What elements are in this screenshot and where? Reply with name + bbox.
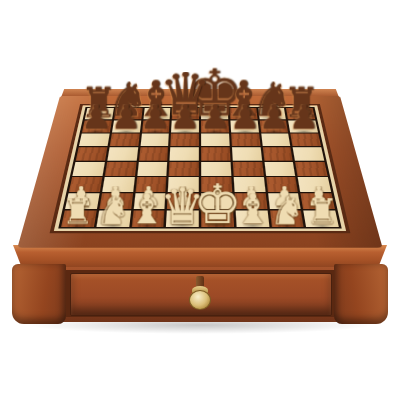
square-h1[interactable]: ♜ bbox=[304, 210, 339, 227]
square-a1[interactable]: ♜ bbox=[61, 210, 96, 227]
square-g5[interactable] bbox=[262, 147, 293, 160]
right-foot bbox=[334, 264, 388, 324]
square-a4[interactable] bbox=[72, 162, 104, 176]
piece-f1-white-bishop[interactable]: ♝ bbox=[234, 193, 271, 226]
square-e5[interactable] bbox=[201, 147, 230, 160]
square-e6[interactable] bbox=[201, 134, 229, 147]
piece-c7-black-pawn[interactable]: ♟ bbox=[140, 104, 171, 131]
board-inner-lip: ♜♞♝♛♚♝♞♜♟♟♟♟♟♟♟♟♟♟♟♟♟♟♟♟♜♞♝♛♚♝♞♜ bbox=[50, 104, 351, 233]
piece-a1-white-rook[interactable]: ♜ bbox=[62, 198, 94, 226]
square-g4[interactable] bbox=[264, 162, 295, 176]
square-a5[interactable] bbox=[76, 147, 107, 160]
piece-c1-white-bishop[interactable]: ♝ bbox=[129, 193, 166, 226]
piece-g1-white-knight[interactable]: ♞ bbox=[270, 195, 305, 226]
piece-d7-black-pawn[interactable]: ♟ bbox=[170, 104, 201, 131]
square-e7[interactable]: ♟ bbox=[201, 120, 229, 132]
product-photo: ♜♞♝♛♚♝♞♜♟♟♟♟♟♟♟♟♟♟♟♟♟♟♟♟♜♞♝♛♚♝♞♜ bbox=[0, 0, 400, 400]
square-d6[interactable] bbox=[171, 134, 199, 147]
square-h4[interactable] bbox=[295, 162, 327, 176]
square-d7[interactable]: ♟ bbox=[171, 120, 199, 132]
square-b7[interactable]: ♟ bbox=[112, 120, 141, 132]
chess-board-grid: ♜♞♝♛♚♝♞♜♟♟♟♟♟♟♟♟♟♟♟♟♟♟♟♟♜♞♝♛♚♝♞♜ bbox=[58, 107, 342, 229]
square-e1[interactable]: ♚ bbox=[201, 210, 234, 227]
square-c7[interactable]: ♟ bbox=[142, 120, 170, 132]
square-c1[interactable]: ♝ bbox=[131, 210, 164, 227]
square-b5[interactable] bbox=[107, 147, 138, 160]
square-b4[interactable] bbox=[105, 162, 136, 176]
piece-b1-white-knight[interactable]: ♞ bbox=[95, 195, 130, 226]
piece-a7-black-pawn[interactable]: ♟ bbox=[81, 104, 112, 131]
square-h7[interactable]: ♟ bbox=[288, 120, 318, 132]
square-h5[interactable] bbox=[293, 147, 324, 160]
square-c4[interactable] bbox=[137, 162, 168, 176]
square-g7[interactable]: ♟ bbox=[259, 120, 288, 132]
piece-f7-black-pawn[interactable]: ♟ bbox=[229, 104, 260, 131]
square-h6[interactable] bbox=[291, 134, 321, 147]
drawer-knob[interactable] bbox=[189, 290, 211, 310]
square-g1[interactable]: ♞ bbox=[269, 210, 303, 227]
square-f6[interactable] bbox=[231, 134, 260, 147]
chess-box-top-frame: ♜♞♝♛♚♝♞♜♟♟♟♟♟♟♟♟♟♟♟♟♟♟♟♟♜♞♝♛♚♝♞♜ bbox=[17, 96, 382, 248]
square-b6[interactable] bbox=[109, 134, 139, 147]
left-foot bbox=[12, 264, 66, 324]
square-f1[interactable]: ♝ bbox=[235, 210, 268, 227]
piece-e7-black-pawn[interactable]: ♟ bbox=[199, 104, 230, 131]
square-c5[interactable] bbox=[138, 147, 168, 160]
square-g6[interactable] bbox=[261, 134, 291, 147]
square-b1[interactable]: ♞ bbox=[96, 210, 130, 227]
square-f7[interactable]: ♟ bbox=[230, 120, 258, 132]
square-d5[interactable] bbox=[170, 147, 199, 160]
piece-h7-black-pawn[interactable]: ♟ bbox=[289, 104, 320, 131]
piece-g7-black-pawn[interactable]: ♟ bbox=[259, 104, 290, 131]
square-f5[interactable] bbox=[232, 147, 262, 160]
piece-h1-white-rook[interactable]: ♜ bbox=[307, 198, 339, 226]
piece-b7-black-pawn[interactable]: ♟ bbox=[110, 104, 141, 131]
square-a7[interactable]: ♟ bbox=[82, 120, 112, 132]
square-c6[interactable] bbox=[140, 134, 169, 147]
square-a6[interactable] bbox=[79, 134, 109, 147]
board-maple-margin: ♜♞♝♛♚♝♞♜♟♟♟♟♟♟♟♟♟♟♟♟♟♟♟♟♜♞♝♛♚♝♞♜ bbox=[54, 105, 346, 230]
